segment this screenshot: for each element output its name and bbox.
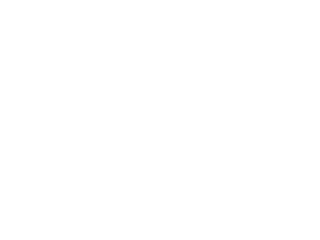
chess-board-render — [0, 0, 200, 200]
chess-set-product-photo[interactable] — [0, 0, 200, 200]
